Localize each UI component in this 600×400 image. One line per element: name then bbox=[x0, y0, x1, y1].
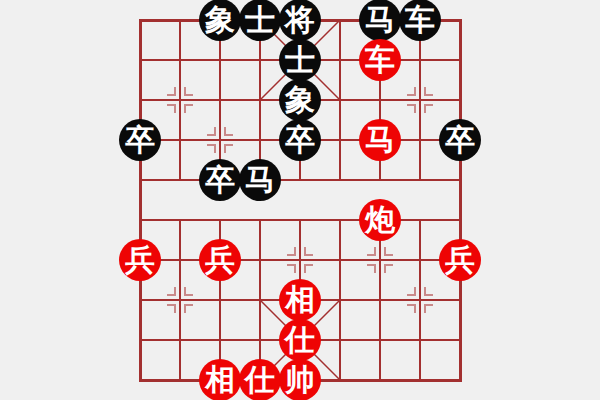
piece-black-advisor[interactable]: 士 bbox=[239, 0, 281, 41]
piece-red-soldier[interactable]: 兵 bbox=[199, 239, 241, 281]
xiangqi-board[interactable]: 象士将马车士车象卒卒马卒卒马炮兵兵兵相仕相仕帅 bbox=[120, 0, 480, 400]
piece-black-horse[interactable]: 马 bbox=[359, 0, 401, 41]
piece-red-horse[interactable]: 马 bbox=[359, 119, 401, 161]
piece-black-horse[interactable]: 马 bbox=[239, 159, 281, 201]
piece-black-soldier[interactable]: 卒 bbox=[199, 159, 241, 201]
piece-black-soldier[interactable]: 卒 bbox=[439, 119, 481, 161]
piece-red-elephant[interactable]: 相 bbox=[279, 279, 321, 321]
piece-black-elephant[interactable]: 象 bbox=[199, 0, 241, 41]
piece-red-advisor[interactable]: 仕 bbox=[239, 359, 281, 400]
piece-red-cannon[interactable]: 炮 bbox=[359, 199, 401, 241]
piece-red-soldier[interactable]: 兵 bbox=[119, 239, 161, 281]
piece-black-chariot[interactable]: 车 bbox=[399, 0, 441, 41]
piece-red-elephant[interactable]: 相 bbox=[199, 359, 241, 400]
piece-black-advisor[interactable]: 士 bbox=[279, 39, 321, 81]
piece-red-advisor[interactable]: 仕 bbox=[279, 319, 321, 361]
piece-black-elephant[interactable]: 象 bbox=[279, 79, 321, 121]
piece-red-general[interactable]: 帅 bbox=[279, 359, 321, 400]
piece-red-chariot[interactable]: 车 bbox=[359, 39, 401, 81]
piece-black-soldier[interactable]: 卒 bbox=[119, 119, 161, 161]
piece-black-general[interactable]: 将 bbox=[279, 0, 321, 41]
piece-black-soldier[interactable]: 卒 bbox=[279, 119, 321, 161]
piece-red-soldier[interactable]: 兵 bbox=[439, 239, 481, 281]
xiangqi-board-screen: 象士将马车士车象卒卒马卒卒马炮兵兵兵相仕相仕帅 bbox=[0, 0, 600, 400]
